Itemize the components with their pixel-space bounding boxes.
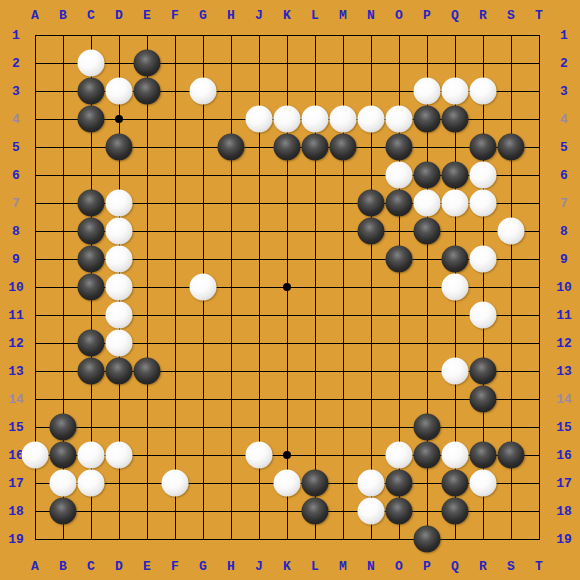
- white-stone-N4[interactable]: [358, 106, 385, 133]
- col-label-bottom-Q: Q: [451, 560, 459, 573]
- col-label-top-N: N: [367, 9, 375, 22]
- black-stone-M5[interactable]: [330, 134, 357, 161]
- black-stone-P16[interactable]: [414, 442, 441, 469]
- white-stone-J4[interactable]: [246, 106, 273, 133]
- white-stone-R11[interactable]: [470, 302, 497, 329]
- white-stone-Q16[interactable]: [442, 442, 469, 469]
- row-label-left-4: 4: [12, 113, 20, 126]
- black-stone-R13[interactable]: [470, 358, 497, 385]
- black-stone-L17[interactable]: [302, 470, 329, 497]
- row-label-left-8: 8: [12, 225, 20, 238]
- white-stone-F17[interactable]: [162, 470, 189, 497]
- row-label-right-17: 17: [556, 477, 572, 490]
- black-stone-C13[interactable]: [78, 358, 105, 385]
- black-stone-N8[interactable]: [358, 218, 385, 245]
- row-label-right-5: 5: [560, 141, 568, 154]
- black-stone-Q17[interactable]: [442, 470, 469, 497]
- row-label-left-2: 2: [12, 57, 20, 70]
- col-label-top-A: A: [31, 9, 39, 22]
- white-stone-C16[interactable]: [78, 442, 105, 469]
- row-label-right-6: 6: [560, 169, 568, 182]
- col-label-top-H: H: [227, 9, 235, 22]
- white-stone-K4[interactable]: [274, 106, 301, 133]
- row-label-left-19: 19: [8, 533, 24, 546]
- white-stone-D9[interactable]: [106, 246, 133, 273]
- black-stone-D5[interactable]: [106, 134, 133, 161]
- black-stone-R16[interactable]: [470, 442, 497, 469]
- row-label-left-6: 6: [12, 169, 20, 182]
- row-label-left-1: 1: [12, 29, 20, 42]
- grid-line-horizontal: [35, 427, 540, 428]
- go-board[interactable]: AABBCCDDEEFFGGHHJJKKLLMMNNOOPPQQRRSSTT11…: [0, 0, 580, 580]
- white-stone-Q3[interactable]: [442, 78, 469, 105]
- row-label-left-12: 12: [8, 337, 24, 350]
- white-stone-R7[interactable]: [470, 190, 497, 217]
- white-stone-O4[interactable]: [386, 106, 413, 133]
- black-stone-H5[interactable]: [218, 134, 245, 161]
- black-stone-K5[interactable]: [274, 134, 301, 161]
- white-stone-A16[interactable]: [22, 442, 49, 469]
- col-label-bottom-R: R: [479, 560, 487, 573]
- col-label-bottom-F: F: [171, 560, 179, 573]
- white-stone-J16[interactable]: [246, 442, 273, 469]
- col-label-top-E: E: [143, 9, 151, 22]
- white-stone-N18[interactable]: [358, 498, 385, 525]
- black-stone-Q18[interactable]: [442, 498, 469, 525]
- row-label-right-10: 10: [556, 281, 572, 294]
- white-stone-D12[interactable]: [106, 330, 133, 357]
- black-stone-C9[interactable]: [78, 246, 105, 273]
- col-label-bottom-P: P: [423, 560, 431, 573]
- black-stone-D13[interactable]: [106, 358, 133, 385]
- row-label-right-7: 7: [560, 197, 568, 210]
- row-label-left-9: 9: [12, 253, 20, 266]
- col-label-bottom-D: D: [115, 560, 123, 573]
- col-label-bottom-N: N: [367, 560, 375, 573]
- black-stone-L5[interactable]: [302, 134, 329, 161]
- black-stone-Q9[interactable]: [442, 246, 469, 273]
- black-stone-P15[interactable]: [414, 414, 441, 441]
- grid-line-horizontal: [35, 539, 540, 540]
- col-label-top-J: J: [255, 9, 263, 22]
- white-stone-B17[interactable]: [50, 470, 77, 497]
- row-label-right-2: 2: [560, 57, 568, 70]
- black-stone-P8[interactable]: [414, 218, 441, 245]
- black-stone-S16[interactable]: [498, 442, 525, 469]
- black-stone-P19[interactable]: [414, 526, 441, 553]
- star-point-D4: [115, 115, 123, 123]
- white-stone-M4[interactable]: [330, 106, 357, 133]
- row-label-left-18: 18: [8, 505, 24, 518]
- col-label-top-P: P: [423, 9, 431, 22]
- row-label-right-18: 18: [556, 505, 572, 518]
- row-label-right-14: 14: [556, 393, 572, 406]
- black-stone-C7[interactable]: [78, 190, 105, 217]
- col-label-bottom-H: H: [227, 560, 235, 573]
- black-stone-B18[interactable]: [50, 498, 77, 525]
- row-label-right-1: 1: [560, 29, 568, 42]
- white-stone-D8[interactable]: [106, 218, 133, 245]
- col-label-top-C: C: [87, 9, 95, 22]
- row-label-left-3: 3: [12, 85, 20, 98]
- row-label-right-3: 3: [560, 85, 568, 98]
- star-point-K16: [283, 451, 291, 459]
- col-label-bottom-A: A: [31, 560, 39, 573]
- white-stone-G10[interactable]: [190, 274, 217, 301]
- black-stone-C8[interactable]: [78, 218, 105, 245]
- white-stone-Q10[interactable]: [442, 274, 469, 301]
- white-stone-G3[interactable]: [190, 78, 217, 105]
- col-label-top-K: K: [283, 9, 291, 22]
- col-label-bottom-T: T: [535, 560, 543, 573]
- black-stone-R5[interactable]: [470, 134, 497, 161]
- black-stone-N7[interactable]: [358, 190, 385, 217]
- white-stone-P3[interactable]: [414, 78, 441, 105]
- row-label-left-14: 14: [8, 393, 24, 406]
- row-label-right-4: 4: [560, 113, 568, 126]
- white-stone-D10[interactable]: [106, 274, 133, 301]
- black-stone-S5[interactable]: [498, 134, 525, 161]
- row-label-right-12: 12: [556, 337, 572, 350]
- col-label-top-R: R: [479, 9, 487, 22]
- col-label-top-F: F: [171, 9, 179, 22]
- black-stone-O18[interactable]: [386, 498, 413, 525]
- black-stone-C10[interactable]: [78, 274, 105, 301]
- white-stone-N17[interactable]: [358, 470, 385, 497]
- white-stone-R3[interactable]: [470, 78, 497, 105]
- white-stone-R17[interactable]: [470, 470, 497, 497]
- row-label-right-19: 19: [556, 533, 572, 546]
- col-label-top-B: B: [59, 9, 67, 22]
- row-label-right-15: 15: [556, 421, 572, 434]
- row-label-left-7: 7: [12, 197, 20, 210]
- col-label-top-Q: Q: [451, 9, 459, 22]
- white-stone-D16[interactable]: [106, 442, 133, 469]
- black-stone-O9[interactable]: [386, 246, 413, 273]
- black-stone-E2[interactable]: [134, 50, 161, 77]
- col-label-top-L: L: [311, 9, 319, 22]
- black-stone-P4[interactable]: [414, 106, 441, 133]
- black-stone-B16[interactable]: [50, 442, 77, 469]
- white-stone-R6[interactable]: [470, 162, 497, 189]
- black-stone-P6[interactable]: [414, 162, 441, 189]
- row-label-right-8: 8: [560, 225, 568, 238]
- black-stone-O7[interactable]: [386, 190, 413, 217]
- white-stone-P7[interactable]: [414, 190, 441, 217]
- white-stone-C2[interactable]: [78, 50, 105, 77]
- col-label-bottom-C: C: [87, 560, 95, 573]
- white-stone-R9[interactable]: [470, 246, 497, 273]
- white-stone-Q7[interactable]: [442, 190, 469, 217]
- black-stone-E3[interactable]: [134, 78, 161, 105]
- col-label-bottom-L: L: [311, 560, 319, 573]
- col-label-top-G: G: [199, 9, 207, 22]
- col-label-bottom-E: E: [143, 560, 151, 573]
- col-label-bottom-M: M: [339, 560, 347, 573]
- white-stone-D7[interactable]: [106, 190, 133, 217]
- col-label-bottom-B: B: [59, 560, 67, 573]
- white-stone-D11[interactable]: [106, 302, 133, 329]
- row-label-left-10: 10: [8, 281, 24, 294]
- black-stone-C3[interactable]: [78, 78, 105, 105]
- black-stone-Q6[interactable]: [442, 162, 469, 189]
- row-label-left-17: 17: [8, 477, 24, 490]
- black-stone-E13[interactable]: [134, 358, 161, 385]
- row-label-left-13: 13: [8, 365, 24, 378]
- white-stone-C17[interactable]: [78, 470, 105, 497]
- black-stone-R14[interactable]: [470, 386, 497, 413]
- row-label-left-11: 11: [8, 309, 24, 322]
- grid-line-vertical: [539, 35, 540, 540]
- row-label-right-16: 16: [556, 449, 572, 462]
- col-label-bottom-O: O: [395, 560, 403, 573]
- row-label-left-15: 15: [8, 421, 24, 434]
- col-label-top-O: O: [395, 9, 403, 22]
- col-label-top-T: T: [535, 9, 543, 22]
- black-stone-C4[interactable]: [78, 106, 105, 133]
- white-stone-D3[interactable]: [106, 78, 133, 105]
- star-point-K10: [283, 283, 291, 291]
- white-stone-O16[interactable]: [386, 442, 413, 469]
- black-stone-O5[interactable]: [386, 134, 413, 161]
- col-label-bottom-S: S: [507, 560, 515, 573]
- black-stone-L18[interactable]: [302, 498, 329, 525]
- col-label-top-M: M: [339, 9, 347, 22]
- black-stone-O17[interactable]: [386, 470, 413, 497]
- col-label-top-S: S: [507, 9, 515, 22]
- col-label-bottom-J: J: [255, 560, 263, 573]
- grid-line-horizontal: [35, 399, 540, 400]
- col-label-bottom-G: G: [199, 560, 207, 573]
- white-stone-O6[interactable]: [386, 162, 413, 189]
- row-label-right-13: 13: [556, 365, 572, 378]
- white-stone-L4[interactable]: [302, 106, 329, 133]
- white-stone-Q13[interactable]: [442, 358, 469, 385]
- black-stone-Q4[interactable]: [442, 106, 469, 133]
- black-stone-C12[interactable]: [78, 330, 105, 357]
- col-label-bottom-K: K: [283, 560, 291, 573]
- row-label-left-5: 5: [12, 141, 20, 154]
- col-label-top-D: D: [115, 9, 123, 22]
- white-stone-S8[interactable]: [498, 218, 525, 245]
- black-stone-B15[interactable]: [50, 414, 77, 441]
- row-label-right-11: 11: [556, 309, 572, 322]
- white-stone-K17[interactable]: [274, 470, 301, 497]
- row-label-right-9: 9: [560, 253, 568, 266]
